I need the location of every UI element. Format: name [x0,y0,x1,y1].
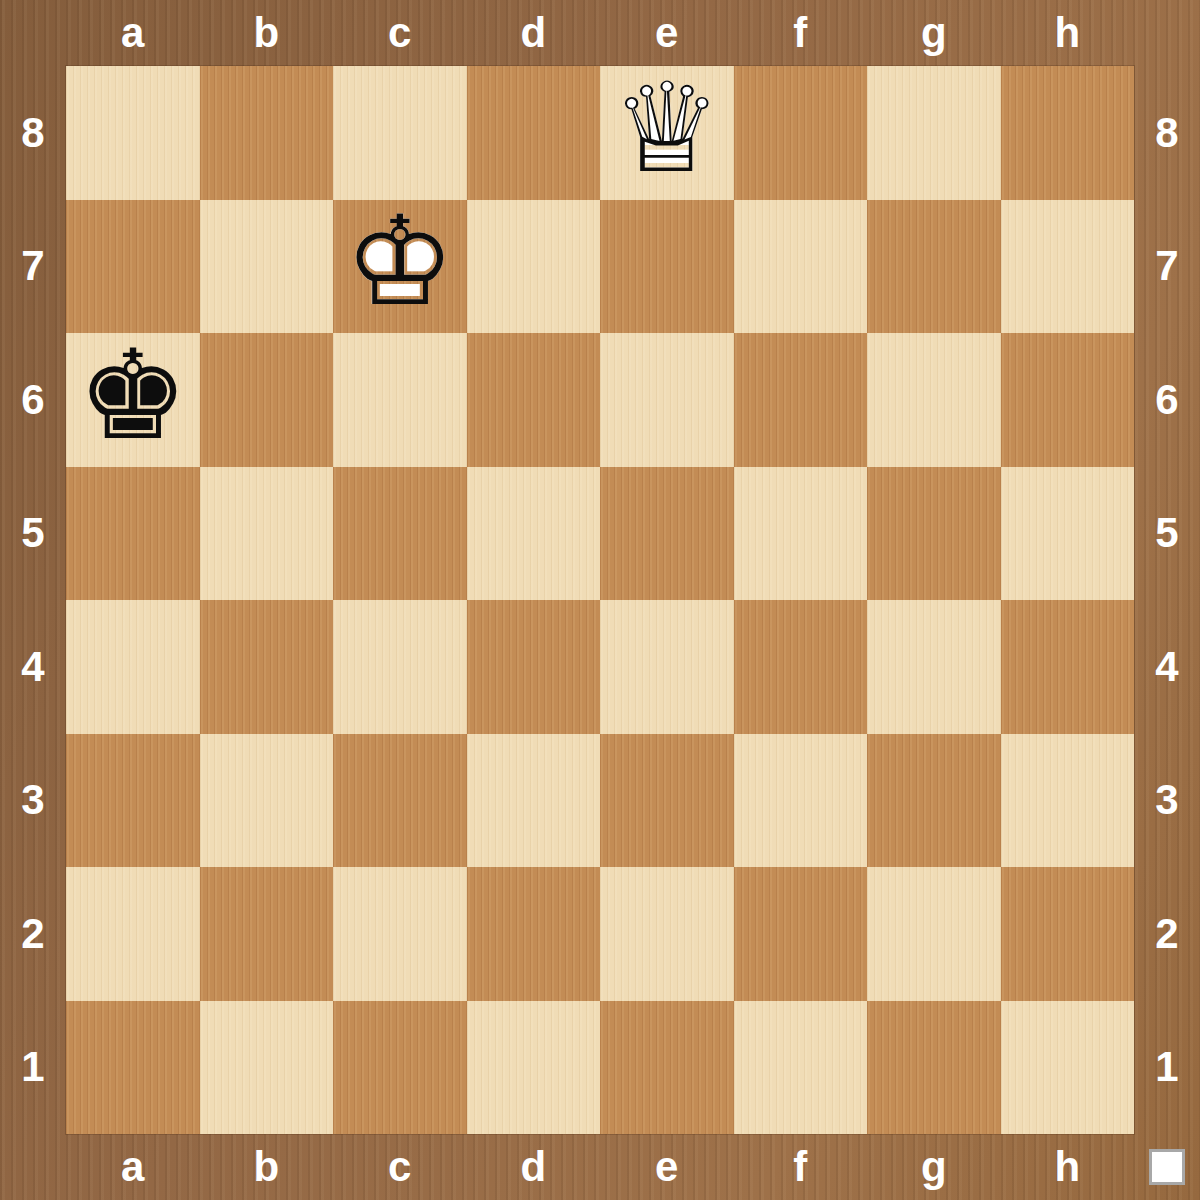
file-label-bottom-f: f [734,1134,868,1200]
square-g2[interactable] [867,867,1001,1001]
white-to-move-indicator [1149,1149,1185,1185]
rank-labels-right: 87654321 [1134,66,1200,1134]
rank-labels-left: 87654321 [0,66,66,1134]
square-h4[interactable] [1001,600,1135,734]
square-f2[interactable] [734,867,868,1001]
file-label-bottom-e: e [600,1134,734,1200]
black-king-glyph: ♚ [77,333,188,457]
square-c8[interactable] [333,66,467,200]
square-g1[interactable] [867,1001,1001,1135]
square-a5[interactable] [66,467,200,601]
file-label-top-d: d [467,0,601,66]
rank-label-left-8: 8 [0,66,66,200]
square-e5[interactable] [600,467,734,601]
piece-white-queen[interactable]: ♛♕ [600,66,734,200]
square-g7[interactable] [867,200,1001,334]
file-labels-top: abcdefgh [66,0,1134,66]
square-e1[interactable] [600,1001,734,1135]
square-e2[interactable] [600,867,734,1001]
square-b3[interactable] [200,734,334,868]
square-g3[interactable] [867,734,1001,868]
square-a2[interactable] [66,867,200,1001]
square-e4[interactable] [600,600,734,734]
rank-label-left-7: 7 [0,200,66,334]
file-label-top-g: g [867,0,1001,66]
file-label-top-c: c [333,0,467,66]
square-f5[interactable] [734,467,868,601]
square-b4[interactable] [200,600,334,734]
square-a7[interactable] [66,200,200,334]
square-b8[interactable] [200,66,334,200]
square-e3[interactable] [600,734,734,868]
rank-label-left-6: 6 [0,333,66,467]
square-f1[interactable] [734,1001,868,1135]
square-h5[interactable] [1001,467,1135,601]
rank-label-right-8: 8 [1134,66,1200,200]
square-a8[interactable] [66,66,200,200]
square-h7[interactable] [1001,200,1135,334]
rank-label-right-4: 4 [1134,600,1200,734]
rank-label-left-1: 1 [0,1001,66,1135]
rank-label-left-4: 4 [0,600,66,734]
file-label-top-b: b [200,0,334,66]
square-f7[interactable] [734,200,868,334]
rank-label-right-2: 2 [1134,867,1200,1001]
rank-label-left-2: 2 [0,867,66,1001]
square-a3[interactable] [66,734,200,868]
square-a1[interactable] [66,1001,200,1135]
square-h1[interactable] [1001,1001,1135,1135]
square-d3[interactable] [467,734,601,868]
file-label-bottom-c: c [333,1134,467,1200]
square-g5[interactable] [867,467,1001,601]
square-d6[interactable] [467,333,601,467]
square-e8[interactable]: ♛♕ [600,66,734,200]
board-frame: abcdefgh abcdefgh 87654321 87654321 ♛♕♚♔… [0,0,1200,1200]
file-labels-bottom: abcdefgh [66,1134,1134,1200]
piece-white-king[interactable]: ♚♔ [333,200,467,334]
file-label-top-a: a [66,0,200,66]
square-b7[interactable] [200,200,334,334]
rank-label-left-5: 5 [0,467,66,601]
square-a6[interactable]: ♚ [66,333,200,467]
piece-black-king[interactable]: ♚ [66,333,200,467]
square-f8[interactable] [734,66,868,200]
file-label-top-h: h [1001,0,1135,66]
square-g4[interactable] [867,600,1001,734]
file-label-bottom-a: a [66,1134,200,1200]
square-c3[interactable] [333,734,467,868]
rank-label-right-1: 1 [1134,1001,1200,1135]
board: ♛♕♚♔♚ [66,66,1134,1134]
white-queen-outline-glyph: ♕ [611,66,722,190]
square-d2[interactable] [467,867,601,1001]
square-d4[interactable] [467,600,601,734]
white-king-outline-glyph: ♔ [344,199,455,323]
square-g8[interactable] [867,66,1001,200]
square-c4[interactable] [333,600,467,734]
square-c6[interactable] [333,333,467,467]
rank-label-right-3: 3 [1134,734,1200,868]
file-label-bottom-d: d [467,1134,601,1200]
square-f4[interactable] [734,600,868,734]
square-a4[interactable] [66,600,200,734]
square-b1[interactable] [200,1001,334,1135]
square-d8[interactable] [467,66,601,200]
square-h2[interactable] [1001,867,1135,1001]
square-b6[interactable] [200,333,334,467]
file-label-bottom-h: h [1001,1134,1135,1200]
square-c2[interactable] [333,867,467,1001]
square-e6[interactable] [600,333,734,467]
square-g6[interactable] [867,333,1001,467]
rank-label-right-7: 7 [1134,200,1200,334]
square-h6[interactable] [1001,333,1135,467]
rank-label-right-5: 5 [1134,467,1200,601]
square-h3[interactable] [1001,734,1135,868]
square-c1[interactable] [333,1001,467,1135]
square-d1[interactable] [467,1001,601,1135]
square-d5[interactable] [467,467,601,601]
square-f3[interactable] [734,734,868,868]
square-c7[interactable]: ♚♔ [333,200,467,334]
square-c5[interactable] [333,467,467,601]
square-e7[interactable] [600,200,734,334]
file-label-bottom-b: b [200,1134,334,1200]
square-b5[interactable] [200,467,334,601]
square-f6[interactable] [734,333,868,467]
rank-label-left-3: 3 [0,734,66,868]
file-label-top-f: f [734,0,868,66]
square-b2[interactable] [200,867,334,1001]
rank-label-right-6: 6 [1134,333,1200,467]
square-d7[interactable] [467,200,601,334]
square-h8[interactable] [1001,66,1135,200]
file-label-bottom-g: g [867,1134,1001,1200]
